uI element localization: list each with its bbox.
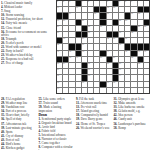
grid-cell[interactable] — [69, 32, 74, 37]
grid-cell[interactable] — [144, 57, 149, 62]
crossword-grid: 1234567891011121314151617181920212223242… — [56, 0, 150, 94]
clue-number: 18. — [1, 37, 5, 41]
grid-cell[interactable] — [76, 26, 81, 31]
clue-item: 32. Make amends — [114, 101, 149, 105]
black-cell — [63, 13, 68, 18]
grid-cell[interactable] — [107, 26, 112, 31]
grid-cell[interactable]: 18 — [138, 13, 143, 18]
cell-number: 37 — [125, 38, 127, 40]
grid-cell[interactable] — [63, 32, 68, 37]
grid-cell[interactable]: 31 — [119, 32, 124, 37]
grid-cell[interactable] — [100, 32, 105, 37]
grid-cell[interactable] — [144, 63, 149, 68]
grid-cell[interactable] — [94, 26, 99, 31]
clue-number: 37. — [1, 121, 5, 125]
grid-cell[interactable] — [113, 13, 118, 18]
cell-number: 1 — [57, 1, 58, 3]
grid-cell[interactable] — [144, 82, 149, 87]
grid-cell[interactable]: 53 — [57, 63, 62, 68]
clue-number: 35. — [1, 113, 5, 117]
grid-cell[interactable]: 17 — [131, 13, 136, 18]
cell-number: 5 — [88, 1, 89, 3]
clue-item: 5. Intentional advance — [39, 133, 74, 137]
grid-cell[interactable] — [63, 82, 68, 87]
cell-number: 30 — [88, 32, 90, 34]
grid-cell[interactable] — [125, 69, 130, 74]
grid-cell[interactable] — [144, 32, 149, 37]
cell-number: 63 — [88, 75, 90, 77]
grid-cell[interactable] — [94, 38, 99, 43]
grid-cell[interactable]: 4 — [82, 1, 87, 6]
clue-item: 24. Home of St. Tropez — [76, 121, 111, 125]
grid-cell[interactable] — [88, 57, 93, 62]
grid-cell[interactable] — [119, 13, 124, 18]
clue-item: 3. Arctic bird — [39, 125, 74, 129]
grid-cell[interactable] — [144, 75, 149, 80]
clue-item: 4. Mideast leader — [1, 5, 55, 9]
clue-number: 44. — [1, 142, 5, 146]
black-cell — [138, 44, 143, 49]
cell-number: 39 — [82, 44, 84, 46]
black-cell — [131, 44, 136, 49]
clue-number: 5. — [39, 133, 41, 137]
cell-number: 25 — [88, 26, 90, 28]
grid-cell[interactable]: 5 — [88, 1, 93, 6]
grid-cell[interactable]: 58 — [138, 63, 143, 68]
grid-cell[interactable] — [125, 75, 130, 80]
clue-item: 12. Financial prediction, for short — [1, 17, 55, 21]
grid-cell[interactable] — [138, 1, 143, 6]
crossword-page: { "game": "crossword", "grid": { "rows":… — [0, 0, 150, 150]
grid-cell[interactable] — [69, 38, 74, 43]
clue-item: 23. Weather-related delay — [1, 53, 55, 57]
cell-number: 66 — [82, 82, 84, 84]
grid-cell[interactable] — [119, 82, 124, 87]
grid-cell[interactable] — [76, 75, 81, 80]
grid-cell[interactable]: 45 — [125, 51, 130, 56]
cell-number: 43 — [82, 51, 84, 53]
cell-number: 53 — [57, 63, 59, 65]
grid-cell[interactable] — [113, 88, 118, 93]
cell-number: 35 — [107, 38, 109, 40]
clue-number: 23. — [1, 53, 5, 57]
clue-item: 1. Semiformal party staple — [39, 117, 74, 121]
grid-cell[interactable] — [119, 7, 124, 12]
clue-number: 7. — [39, 141, 41, 145]
clue-number: 25. — [1, 57, 5, 61]
grid-cell[interactable]: 30 — [88, 32, 93, 37]
grid-cell[interactable] — [131, 20, 136, 25]
cell-number: 62 — [57, 75, 59, 77]
clue-item: 6. Narrator of a classic — [39, 137, 74, 141]
black-cell — [144, 20, 149, 25]
grid-cell[interactable] — [76, 63, 81, 68]
grid-cell[interactable]: 29 — [57, 32, 62, 37]
grid-cell[interactable] — [63, 69, 68, 74]
grid-cell[interactable]: 26 — [100, 26, 105, 31]
cell-number: 52 — [131, 57, 133, 59]
grid-cell[interactable] — [82, 88, 87, 93]
cell-number: 27 — [138, 26, 140, 28]
grid-cell[interactable] — [88, 51, 93, 56]
grid-cell[interactable] — [88, 82, 93, 87]
grid-cell[interactable] — [138, 69, 143, 74]
grid-cell[interactable] — [63, 75, 68, 80]
clue-item: 21. Word with summer or model — [1, 45, 55, 49]
grid-cell[interactable]: 11 — [76, 7, 81, 12]
grid-cell[interactable]: 48 — [69, 57, 74, 62]
grid-cell[interactable]: 40 — [119, 44, 124, 49]
grid-cell[interactable]: 9 — [131, 1, 136, 6]
grid-cell[interactable]: 15 — [94, 13, 99, 18]
cell-number: 48 — [69, 57, 71, 59]
black-cell — [100, 20, 105, 25]
clue-item: 7. Snag — [1, 9, 55, 13]
grid-cell[interactable]: 8 — [125, 1, 130, 6]
grid-cell[interactable]: 36 — [113, 38, 118, 43]
grid-cell[interactable] — [69, 63, 74, 68]
grid-cell[interactable] — [100, 44, 105, 49]
grid-cell[interactable]: 41 — [57, 51, 62, 56]
clue-item: 27. Free of charge — [1, 61, 55, 65]
grid-cell[interactable] — [131, 38, 136, 43]
grid-cell[interactable]: 27 — [138, 26, 143, 31]
grid-cell[interactable]: 16 — [107, 13, 112, 18]
grid-cell[interactable]: 22 — [119, 20, 124, 25]
grid-cell[interactable]: 54 — [63, 63, 68, 68]
grid-cell[interactable] — [94, 51, 99, 56]
grid-cell[interactable]: 50 — [100, 57, 105, 62]
clue-item: 44. Bird's home — [1, 142, 36, 146]
grid-cell[interactable] — [88, 88, 93, 93]
grid-cell[interactable] — [94, 88, 99, 93]
clue-item: 2. Organic breakfast brand — [39, 121, 74, 125]
clue-number: 36. — [1, 117, 5, 121]
grid-cell[interactable] — [131, 82, 136, 87]
cell-number: 58 — [138, 63, 140, 65]
cell-number: 9 — [131, 1, 132, 3]
grid-cell[interactable]: 49 — [76, 57, 81, 62]
clue-number: 21. — [1, 45, 5, 49]
grid-cell[interactable]: 55 — [88, 63, 93, 68]
grid-cell[interactable] — [107, 69, 112, 74]
grid-cell[interactable]: 52 — [131, 57, 136, 62]
grid-cell[interactable]: 39 — [82, 44, 87, 49]
clue-item: 41. Cry of dismay — [1, 133, 36, 137]
grid-cell[interactable]: 6 — [107, 1, 112, 6]
grid-cell[interactable]: 43 — [82, 51, 87, 56]
grid-cell[interactable] — [119, 26, 124, 31]
clue-item: 8. Computer with a circular base — [39, 145, 74, 150]
grid-cell[interactable] — [69, 69, 74, 74]
black-cell — [113, 32, 118, 37]
grid-cell[interactable] — [88, 20, 93, 25]
grid-cell[interactable]: 21 — [82, 20, 87, 25]
grid-cell[interactable] — [138, 32, 143, 37]
grid-cell[interactable] — [125, 88, 130, 93]
grid-cell[interactable] — [113, 26, 118, 31]
grid-cell[interactable] — [107, 44, 112, 49]
black-cell — [144, 44, 149, 49]
cell-number: 10 — [57, 7, 59, 9]
grid-cell[interactable]: 33 — [63, 38, 68, 43]
grid-cell[interactable] — [144, 1, 149, 6]
cell-number: 24 — [57, 26, 59, 28]
clue-item: 46. Candy unit — [114, 117, 149, 121]
cell-number: 16 — [107, 13, 109, 15]
cell-number: 68 — [113, 82, 115, 84]
cell-number: 21 — [82, 20, 84, 22]
clue-number: 32. — [114, 101, 118, 105]
cell-number: 19 — [57, 20, 59, 22]
grid-cell[interactable] — [113, 44, 118, 49]
cell-number: 38 — [57, 44, 59, 46]
grid-cell[interactable] — [131, 69, 136, 74]
grid-cell[interactable] — [94, 44, 99, 49]
cell-number: 8 — [125, 1, 126, 3]
black-cell — [100, 13, 105, 18]
grid-cell[interactable] — [125, 26, 130, 31]
cell-number: 64 — [119, 75, 121, 77]
grid-cell[interactable] — [69, 26, 74, 31]
cell-number: 29 — [57, 32, 59, 34]
grid-cell[interactable] — [138, 82, 143, 87]
grid-cell[interactable] — [144, 38, 149, 43]
grid-cell[interactable] — [76, 88, 81, 93]
grid-cell[interactable] — [63, 51, 68, 56]
grid-cell[interactable] — [76, 82, 81, 87]
cell-number: 17 — [131, 13, 133, 15]
grid-cell[interactable] — [76, 38, 81, 43]
grid-cell[interactable]: 66 — [82, 82, 87, 87]
clue-number: 22. — [1, 49, 5, 53]
down-header: Down — [39, 113, 74, 117]
grid-cell[interactable]: 68 — [113, 82, 118, 87]
grid-cell[interactable] — [63, 88, 68, 93]
grid-cell[interactable] — [69, 75, 74, 80]
cell-number: 47 — [144, 51, 146, 53]
clue-number: 11. — [76, 101, 80, 105]
grid-cell[interactable] — [63, 26, 68, 31]
grid-cell[interactable]: 37 — [125, 38, 130, 43]
grid-cell[interactable]: 64 — [119, 75, 124, 80]
grid-cell[interactable] — [88, 13, 93, 18]
grid-cell[interactable] — [131, 88, 136, 93]
grid-cell[interactable]: 65 — [57, 82, 62, 87]
clue-number: 33. — [114, 105, 118, 109]
clue-number: 30. — [1, 105, 5, 109]
grid-cell[interactable]: 1 — [57, 1, 62, 6]
across-clues-left-column: 1. Classical music family4. Mideast lead… — [1, 1, 55, 65]
grid-cell[interactable] — [76, 13, 81, 18]
grid-cell[interactable] — [82, 57, 87, 62]
grid-cell[interactable] — [107, 88, 112, 93]
grid-cell[interactable]: 3 — [69, 1, 74, 6]
cell-number: 23 — [125, 20, 127, 22]
clue-number: 29. — [1, 101, 5, 105]
grid-cell[interactable] — [100, 63, 105, 68]
clue-number: 8. — [39, 145, 41, 149]
grid-cell[interactable]: 46 — [138, 51, 143, 56]
grid-cell[interactable] — [82, 7, 87, 12]
clue-number: 45. — [1, 146, 5, 150]
grid-cell[interactable] — [138, 75, 143, 80]
grid-cell[interactable]: 28 — [144, 26, 149, 31]
black-cell — [100, 51, 105, 56]
grid-cell[interactable]: 32 — [131, 32, 136, 37]
grid-cell[interactable] — [88, 38, 93, 43]
cell-number: 60 — [88, 69, 90, 71]
grid-cell[interactable] — [94, 82, 99, 87]
grid-cell[interactable]: 51 — [113, 57, 118, 62]
grid-cell[interactable]: 63 — [88, 75, 93, 80]
clue-item: 56. Landscaper's purchase — [114, 121, 149, 125]
grid-cell[interactable] — [100, 1, 105, 6]
grid-cell[interactable] — [94, 75, 99, 80]
grid-cell[interactable]: 7 — [119, 1, 124, 6]
grid-cell[interactable]: 67 — [107, 82, 112, 87]
grid-cell[interactable] — [107, 75, 112, 80]
cell-number: 28 — [144, 26, 146, 28]
clue-item: 15. Close friend — [1, 25, 55, 29]
clue-number: 18. — [76, 113, 80, 117]
black-cell — [100, 7, 105, 12]
clue-item: 29. Weather map line — [1, 101, 36, 105]
grid-cell[interactable] — [107, 20, 112, 25]
grid-cell[interactable] — [131, 75, 136, 80]
black-cell — [113, 69, 118, 74]
clue-column-2-down: 1. Semiformal party staple2. Organic bre… — [39, 117, 74, 150]
grid-cell[interactable] — [144, 88, 149, 93]
clue-item: 28. FAA regulation — [1, 97, 36, 101]
cell-number: 2 — [63, 1, 64, 3]
grid-cell[interactable]: 57 — [119, 63, 124, 68]
grid-cell[interactable] — [125, 32, 130, 37]
cell-number: 67 — [107, 82, 109, 84]
grid-cell[interactable] — [76, 69, 81, 74]
grid-cell[interactable] — [119, 51, 124, 56]
grid-cell[interactable]: 14 — [69, 13, 74, 18]
grid-cell[interactable] — [63, 44, 68, 49]
cell-number: 4 — [82, 1, 83, 3]
grid-cell[interactable]: 56 — [107, 63, 112, 68]
cell-number: 44 — [107, 51, 109, 53]
black-cell — [76, 32, 81, 37]
grid-cell[interactable]: 19 — [57, 20, 62, 25]
grid-cell[interactable] — [138, 88, 143, 93]
cell-number: 18 — [138, 13, 140, 15]
grid-cell[interactable] — [94, 63, 99, 68]
grid-cell[interactable] — [119, 57, 124, 62]
grid-cell[interactable] — [94, 1, 99, 6]
grid-cell[interactable]: 20 — [63, 20, 68, 25]
grid-cell[interactable] — [82, 13, 87, 18]
grid-cell[interactable] — [88, 44, 93, 49]
clue-item: 11. Afternoon snack time — [76, 101, 111, 105]
grid-cell[interactable]: 44 — [107, 51, 112, 56]
grid-cell[interactable] — [94, 69, 99, 74]
grid-cell[interactable] — [69, 88, 74, 93]
grid-cell[interactable] — [138, 38, 143, 43]
grid-cell[interactable] — [100, 38, 105, 43]
black-cell — [125, 13, 130, 18]
cell-number: 13 — [113, 7, 115, 9]
clue-item: 10. Storm warning — [1, 13, 55, 17]
grid-cell[interactable] — [100, 88, 105, 93]
grid-cell[interactable] — [144, 69, 149, 74]
grid-cell[interactable]: 13 — [113, 7, 118, 12]
grid-cell[interactable] — [63, 7, 68, 12]
grid-cell[interactable] — [94, 32, 99, 37]
black-cell — [144, 7, 149, 12]
clue-item: 4. Fabric fold — [39, 129, 74, 133]
grid-cell[interactable]: 24 — [57, 26, 62, 31]
grid-cell[interactable]: 23 — [125, 20, 130, 25]
grid-cell[interactable]: 62 — [57, 75, 62, 80]
grid-cell[interactable]: 35 — [107, 38, 112, 43]
clue-number: 2. — [39, 121, 41, 125]
black-cell — [125, 44, 130, 49]
grid-cell[interactable]: 10 — [57, 7, 62, 12]
grid-cell[interactable] — [100, 75, 105, 80]
cell-number: 36 — [113, 38, 115, 40]
grid-cell[interactable]: 2 — [63, 1, 68, 6]
grid-cell[interactable] — [125, 82, 130, 87]
grid-cell[interactable] — [125, 57, 130, 62]
grid-cell[interactable]: 47 — [144, 51, 149, 56]
cell-number: 55 — [88, 63, 90, 65]
grid-cell[interactable] — [69, 20, 74, 25]
grid-cell[interactable] — [113, 51, 118, 56]
clue-item: 35. Heart chart, briefly — [1, 113, 36, 117]
clue-item: 7. Came together — [39, 141, 74, 145]
grid-cell[interactable] — [138, 20, 143, 25]
grid-cell[interactable] — [119, 88, 124, 93]
grid-cell[interactable] — [94, 20, 99, 25]
cell-number: 11 — [76, 7, 78, 9]
grid-cell[interactable]: 42 — [69, 51, 74, 56]
clue-item: 43. Port of call — [1, 137, 36, 141]
cell-number: 7 — [119, 1, 120, 3]
grid-cell[interactable] — [131, 63, 136, 68]
clue-number: 9. — [76, 97, 78, 101]
grid-cell[interactable] — [125, 7, 130, 12]
cell-number: 33 — [63, 38, 65, 40]
cell-number: 54 — [63, 63, 65, 65]
grid-cell[interactable] — [94, 57, 99, 62]
clue-item: 31. Olympics great Jesse — [114, 97, 149, 101]
grid-cell[interactable] — [100, 69, 105, 74]
clue-number: 10. — [1, 13, 5, 17]
grid-cell[interactable]: 69 — [57, 88, 62, 93]
clue-item: 22. Party in back? — [1, 49, 55, 53]
grid-cell[interactable] — [144, 13, 149, 18]
grid-cell[interactable] — [69, 82, 74, 87]
clue-item: 14. Fairy-tale meanie — [1, 21, 55, 25]
grid-cell[interactable] — [88, 7, 93, 12]
black-cell — [107, 57, 112, 62]
clue-item: 13. Pre-visit call — [76, 105, 111, 109]
clue-number: 57. — [39, 101, 43, 105]
grid-cell[interactable]: 25 — [88, 26, 93, 31]
clue-column-4: 31. Olympics great Jesse32. Make amends3… — [114, 97, 149, 150]
black-cell — [138, 57, 143, 62]
clue-number: 20. — [1, 41, 5, 45]
clue-item: 17. Island greeting — [76, 109, 111, 113]
grid-cell[interactable]: 38 — [57, 44, 62, 49]
clue-number: 12. — [1, 17, 5, 21]
grid-cell[interactable] — [125, 63, 130, 68]
